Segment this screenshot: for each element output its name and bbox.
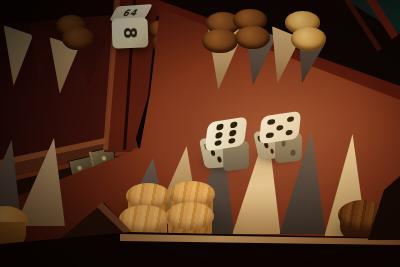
checker-dark[interactable] [235, 26, 270, 49]
doubling-cube-front-label: 8 [114, 14, 145, 51]
die-pip [228, 138, 236, 145]
die-pip [216, 124, 224, 131]
checker-dark[interactable] [62, 27, 94, 50]
die-pip [267, 119, 275, 126]
die-pip [217, 157, 222, 163]
die-pip [281, 140, 286, 146]
die-pip [214, 140, 222, 147]
checker-dark[interactable] [202, 29, 238, 53]
checker-light[interactable] [291, 27, 326, 51]
backgammon-photo-scene: 64 8 [0, 0, 400, 267]
die-pip [286, 116, 294, 123]
die-left[interactable] [202, 118, 254, 176]
doubling-cube[interactable]: 64 8 [110, 4, 152, 50]
die-pip [229, 129, 237, 136]
checker-light[interactable] [166, 202, 214, 230]
die-pip [210, 150, 215, 156]
die-pip [230, 121, 238, 128]
die-pip [266, 132, 274, 139]
die-pip [215, 132, 223, 139]
die-right[interactable] [256, 112, 308, 168]
doubling-cube-front-face: 8 [111, 17, 148, 48]
die-pip [285, 130, 293, 137]
die-pip [276, 124, 284, 131]
die-pip [270, 148, 275, 154]
die-pip [291, 149, 296, 155]
